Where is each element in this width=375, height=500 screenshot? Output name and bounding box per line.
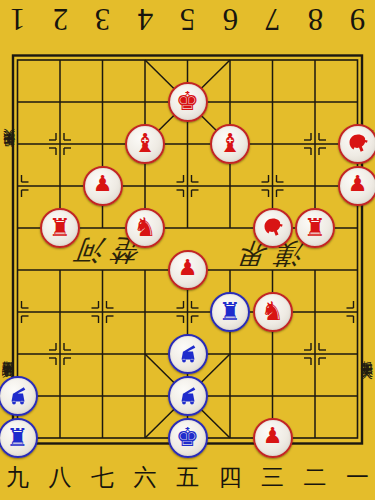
file-label: 3 <box>81 0 124 38</box>
horse-icon: ♞ <box>261 298 284 324</box>
pawn-icon: ♟ <box>178 257 198 279</box>
piece-red-horse[interactable]: ♞ <box>251 291 294 333</box>
elephant-icon <box>261 215 285 239</box>
piece-red-horse[interactable]: ♞ <box>124 207 167 249</box>
file-label: 九 <box>0 460 39 496</box>
piece-blue-cannon[interactable] <box>0 375 39 417</box>
file-label: 7 <box>251 0 294 38</box>
file-label: 9 <box>336 0 375 38</box>
horse-icon: ♞ <box>133 214 156 240</box>
file-label: 五 <box>166 460 209 496</box>
xiangqi-board-screen: 楚河 漢界 起手無回大丈夫 觀棋不語真君子 觀棋不語真君子 起手無回大丈夫 12… <box>0 0 375 500</box>
advisor-icon: ♝ <box>218 130 241 156</box>
rook-icon: ♜ <box>219 299 241 324</box>
elephant-icon <box>346 131 370 155</box>
piece-red-elephant[interactable] <box>336 123 375 165</box>
rook-icon: ♜ <box>49 215 71 240</box>
file-label: 七 <box>81 460 124 496</box>
file-label: 6 <box>209 0 252 38</box>
piece-red-elephant[interactable] <box>251 207 294 249</box>
piece-blue-cannon[interactable] <box>166 375 209 417</box>
piece-red-rook[interactable]: ♜ <box>294 207 337 249</box>
pieces-grid: ♚♝♝♟♟♜♞♜♟♞♟♜♜♚ <box>0 39 375 459</box>
cannon-icon <box>176 383 200 407</box>
file-label: 8 <box>294 0 337 38</box>
pawn-icon: ♟ <box>348 173 368 195</box>
file-label: 一 <box>336 460 375 496</box>
piece-red-king[interactable]: ♚ <box>166 81 209 123</box>
rook-icon: ♜ <box>6 425 28 450</box>
piece-blue-cannon[interactable] <box>166 333 209 375</box>
rook-icon: ♜ <box>304 215 326 240</box>
piece-red-pawn[interactable]: ♟ <box>251 417 294 459</box>
file-label: 八 <box>39 460 82 496</box>
king-icon: ♚ <box>176 424 199 450</box>
file-label: 三 <box>251 460 294 496</box>
file-label: 1 <box>0 0 39 38</box>
file-label: 4 <box>124 0 167 38</box>
file-label: 六 <box>124 460 167 496</box>
piece-red-rook[interactable]: ♜ <box>39 207 82 249</box>
file-label: 5 <box>166 0 209 38</box>
piece-blue-king[interactable]: ♚ <box>166 417 209 459</box>
piece-red-advisor[interactable]: ♝ <box>209 123 252 165</box>
file-label: 2 <box>39 0 82 38</box>
piece-blue-rook[interactable]: ♜ <box>0 417 39 459</box>
file-label: 二 <box>294 460 337 496</box>
pawn-icon: ♟ <box>93 173 113 195</box>
advisor-icon: ♝ <box>133 130 156 156</box>
piece-red-pawn[interactable]: ♟ <box>336 165 375 207</box>
file-label: 四 <box>209 460 252 496</box>
cannon-icon <box>176 341 200 365</box>
piece-red-advisor[interactable]: ♝ <box>124 123 167 165</box>
piece-red-pawn[interactable]: ♟ <box>81 165 124 207</box>
piece-red-pawn[interactable]: ♟ <box>166 249 209 291</box>
pawn-icon: ♟ <box>263 425 283 447</box>
cannon-icon <box>6 383 30 407</box>
piece-blue-rook[interactable]: ♜ <box>209 291 252 333</box>
king-icon: ♚ <box>176 88 199 114</box>
